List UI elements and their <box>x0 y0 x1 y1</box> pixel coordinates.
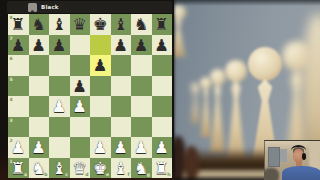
square-c4[interactable]: ♟ <box>49 96 70 117</box>
piece-white-pawn[interactable]: ♟ <box>152 137 173 158</box>
square-g6[interactable] <box>131 55 152 76</box>
square-a7[interactable]: 7♟ <box>8 35 29 56</box>
player-bar: Black <box>7 1 172 13</box>
square-b8[interactable]: ♞ <box>29 14 50 35</box>
square-f5[interactable] <box>111 76 132 97</box>
square-b1[interactable]: b♞ <box>29 158 50 179</box>
piece-black-pawn[interactable]: ♟ <box>111 35 132 56</box>
square-c5[interactable] <box>49 76 70 97</box>
square-d6[interactable] <box>70 55 91 76</box>
piece-black-bishop[interactable]: ♝ <box>49 14 70 35</box>
square-d8[interactable]: ♛ <box>70 14 91 35</box>
square-g3[interactable] <box>131 117 152 138</box>
square-g1[interactable]: g♞ <box>131 158 152 179</box>
square-f2[interactable]: ♟ <box>111 137 132 158</box>
square-h7[interactable]: ♟ <box>152 35 173 56</box>
square-g5[interactable] <box>131 76 152 97</box>
piece-white-pawn[interactable]: ♟ <box>29 137 50 158</box>
piece-black-pawn[interactable]: ♟ <box>29 35 50 56</box>
piece-black-rook[interactable]: ♜ <box>152 14 173 35</box>
square-a5[interactable]: 5 <box>8 76 29 97</box>
square-f4[interactable] <box>111 96 132 117</box>
square-c6[interactable] <box>49 55 70 76</box>
piece-black-knight[interactable]: ♞ <box>29 14 50 35</box>
rank-label-4: 4 <box>10 97 13 102</box>
square-f1[interactable]: f♝ <box>111 158 132 179</box>
file-label-b: b <box>44 172 47 177</box>
piece-black-king[interactable]: ♚ <box>90 14 111 35</box>
file-label-f: f <box>128 172 130 177</box>
file-label-d: d <box>85 172 88 177</box>
square-c2[interactable] <box>49 137 70 158</box>
piece-white-pawn[interactable]: ♟ <box>131 137 152 158</box>
square-a1[interactable]: 1a♜ <box>8 158 29 179</box>
player-avatar <box>28 3 37 12</box>
square-e5[interactable] <box>90 76 111 97</box>
rank-label-6: 6 <box>10 56 13 61</box>
webcam-picture-frame <box>268 147 280 167</box>
square-e8[interactable]: ♚ <box>90 14 111 35</box>
square-d2[interactable] <box>70 137 91 158</box>
square-g7[interactable]: ♟ <box>131 35 152 56</box>
webcam-dark-corner <box>264 168 279 180</box>
square-f7[interactable]: ♟ <box>111 35 132 56</box>
piece-white-pawn[interactable]: ♟ <box>90 137 111 158</box>
square-g4[interactable] <box>131 96 152 117</box>
player-name: Black <box>41 1 59 13</box>
piece-white-pawn[interactable]: ♟ <box>111 137 132 158</box>
square-a2[interactable]: 2♟ <box>8 137 29 158</box>
square-e7[interactable] <box>90 35 111 56</box>
square-d3[interactable] <box>70 117 91 138</box>
square-h8[interactable]: ♜ <box>152 14 173 35</box>
piece-black-knight[interactable]: ♞ <box>131 14 152 35</box>
rank-label-2: 2 <box>10 138 13 143</box>
square-d4[interactable]: ♟ <box>70 96 91 117</box>
webcam-picture-frame <box>280 149 287 162</box>
chess-board[interactable]: 8♜♞♝♛♚♝♞♜7♟♟♟♟♟♟6♟5♟4♟♟32♟♟♟♟♟♟1a♜b♞c♝d♛… <box>8 14 172 178</box>
rank-label-7: 7 <box>10 36 13 41</box>
square-d1[interactable]: d♛ <box>70 158 91 179</box>
file-label-h: h <box>167 172 170 177</box>
file-label-g: g <box>147 172 150 177</box>
piece-white-pawn[interactable]: ♟ <box>49 96 70 117</box>
square-h4[interactable] <box>152 96 173 117</box>
file-label-e: e <box>106 172 109 177</box>
piece-black-queen[interactable]: ♛ <box>70 14 91 35</box>
square-g2[interactable]: ♟ <box>131 137 152 158</box>
square-b4[interactable] <box>29 96 50 117</box>
square-e4[interactable] <box>90 96 111 117</box>
square-c3[interactable] <box>49 117 70 138</box>
file-label-c: c <box>65 172 68 177</box>
square-h3[interactable] <box>152 117 173 138</box>
square-f6[interactable] <box>111 55 132 76</box>
square-e1[interactable]: e♚ <box>90 158 111 179</box>
rank-label-1: 1 <box>10 159 13 164</box>
square-e6[interactable]: ♟ <box>90 55 111 76</box>
piece-black-pawn[interactable]: ♟ <box>90 55 111 76</box>
square-a3[interactable]: 3 <box>8 117 29 138</box>
square-b5[interactable] <box>29 76 50 97</box>
square-h6[interactable] <box>152 55 173 76</box>
square-g8[interactable]: ♞ <box>131 14 152 35</box>
piece-black-bishop[interactable]: ♝ <box>111 14 132 35</box>
square-f8[interactable]: ♝ <box>111 14 132 35</box>
square-b3[interactable] <box>29 117 50 138</box>
webcam-headphone-earcup <box>302 153 306 160</box>
square-a6[interactable]: 6 <box>8 55 29 76</box>
square-h2[interactable]: ♟ <box>152 137 173 158</box>
file-label-a: a <box>24 172 27 177</box>
piece-black-pawn[interactable]: ♟ <box>70 76 91 97</box>
rank-label-8: 8 <box>10 15 13 20</box>
square-b2[interactable]: ♟ <box>29 137 50 158</box>
square-h1[interactable]: h♜ <box>152 158 173 179</box>
square-c1[interactable]: c♝ <box>49 158 70 179</box>
square-h5[interactable] <box>152 76 173 97</box>
piece-black-pawn[interactable]: ♟ <box>49 35 70 56</box>
square-a4[interactable]: 4 <box>8 96 29 117</box>
rank-label-3: 3 <box>10 118 13 123</box>
video-frame: Black 8♜♞♝♛♚♝♞♜7♟♟♟♟♟♟6♟5♟4♟♟32♟♟♟♟♟♟1a♜… <box>0 0 320 180</box>
square-b7[interactable]: ♟ <box>29 35 50 56</box>
chess-ui-panel: Black 8♜♞♝♛♚♝♞♜7♟♟♟♟♟♟6♟5♟4♟♟32♟♟♟♟♟♟1a♜… <box>0 0 174 180</box>
webcam-overlay <box>264 140 320 180</box>
square-f3[interactable] <box>111 117 132 138</box>
square-c7[interactable]: ♟ <box>49 35 70 56</box>
square-b6[interactable] <box>29 55 50 76</box>
square-e2[interactable]: ♟ <box>90 137 111 158</box>
rank-label-5: 5 <box>10 77 13 82</box>
square-a8[interactable]: 8♜ <box>8 14 29 35</box>
square-e3[interactable] <box>90 117 111 138</box>
piece-black-pawn[interactable]: ♟ <box>152 35 173 56</box>
square-d5[interactable]: ♟ <box>70 76 91 97</box>
piece-white-pawn[interactable]: ♟ <box>70 96 91 117</box>
square-d7[interactable] <box>70 35 91 56</box>
person-icon <box>28 9 37 12</box>
square-c8[interactable]: ♝ <box>49 14 70 35</box>
webcam-person-shirt <box>282 166 320 180</box>
piece-black-pawn[interactable]: ♟ <box>131 35 152 56</box>
